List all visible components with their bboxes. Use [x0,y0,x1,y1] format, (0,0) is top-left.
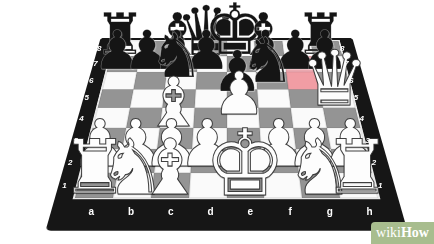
chess-illustration: ♜♝♛♚♝♜♟♟♟♟♟♟♟♞♞♟♛♝♟♟♟♟♟♟♟♟♜♞♝♚♞♜ 1122334… [0,0,434,244]
square-h2 [331,149,372,172]
square-h4 [323,108,360,128]
square-d7 [197,56,227,72]
square-f8 [254,41,284,56]
square-f6 [256,72,288,89]
square-e6 [227,72,258,89]
square-c1 [151,172,190,197]
square-a7 [107,56,140,72]
square-d4 [193,108,226,128]
square-b6 [133,72,166,89]
square-e5 [227,89,259,107]
square-f3 [260,128,296,150]
square-c5 [162,89,195,107]
square-d5 [194,89,226,107]
square-g3 [293,128,331,150]
square-d6 [195,72,226,89]
square-c6 [164,72,196,89]
square-a1 [75,172,118,197]
square-b4 [126,108,162,128]
square-b2 [118,149,157,172]
board-frame [46,38,408,231]
square-d3 [192,128,227,150]
square-c8 [169,41,199,56]
square-h1 [335,172,378,197]
square-g2 [296,149,335,172]
wikihow-how-text: How [401,226,429,240]
square-a5 [98,89,134,107]
square-h7 [313,56,346,72]
square-a3 [87,128,126,150]
square-b5 [130,89,165,107]
square-e1 [227,172,265,197]
square-g4 [291,108,327,128]
square-e7 [227,56,257,72]
square-e8 [227,41,256,56]
square-e3 [227,128,262,150]
square-f5 [258,89,291,107]
square-f7 [255,56,286,72]
square-a4 [93,108,130,128]
square-d2 [190,149,226,172]
square-b3 [122,128,160,150]
square-b7 [137,56,169,72]
square-a8 [111,41,143,56]
square-g8 [282,41,313,56]
chess-board [75,41,378,198]
square-f2 [261,149,299,172]
square-f4 [259,108,294,128]
square-b1 [113,172,154,197]
square-a6 [102,72,136,89]
square-c4 [160,108,195,128]
square-h6 [316,72,350,89]
square-g7 [284,56,316,72]
square-c3 [157,128,193,150]
square-e4 [227,108,260,128]
wikihow-wiki-text: wiki [376,226,401,240]
square-c2 [154,149,192,172]
square-g6 [286,72,319,89]
square-b8 [140,41,171,56]
square-h3 [327,128,366,150]
square-e2 [227,149,263,172]
square-h8 [310,41,342,56]
square-g1 [299,172,340,197]
square-d8 [198,41,227,56]
square-f1 [263,172,302,197]
square-h5 [320,89,356,107]
square-g5 [289,89,324,107]
square-a2 [81,149,122,172]
wikihow-watermark: wikiHow [371,222,434,244]
square-c7 [167,56,198,72]
square-d1 [189,172,227,197]
